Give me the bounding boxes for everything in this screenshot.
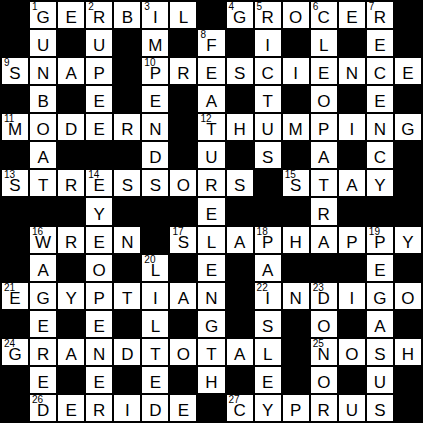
letter-cell[interactable]: 25N — [311, 339, 337, 365]
letter-cell[interactable]: L — [311, 30, 337, 56]
black-cell — [114, 142, 140, 168]
black-cell — [198, 395, 224, 421]
letter-cell[interactable]: E — [58, 395, 84, 421]
cell-letter: N — [86, 346, 112, 364]
letter-cell[interactable]: G — [198, 311, 224, 337]
cell-letter: N — [30, 65, 56, 83]
letter-cell[interactable]: N — [114, 227, 140, 253]
cell-letter: B — [30, 93, 56, 111]
black-cell — [2, 30, 28, 56]
cell-letter: R — [311, 206, 337, 224]
letter-cell[interactable]: D — [58, 114, 84, 140]
letter-cell[interactable]: R — [58, 170, 84, 196]
letter-cell[interactable]: D — [142, 142, 168, 168]
black-cell — [283, 339, 309, 365]
black-cell — [395, 255, 421, 281]
letter-cell[interactable]: 23D — [311, 283, 337, 309]
letter-cell[interactable]: G — [30, 283, 56, 309]
letter-cell[interactable]: E — [395, 58, 421, 84]
cell-letter: U — [86, 37, 112, 55]
letter-cell[interactable]: 12T — [198, 114, 224, 140]
cell-letter: R — [30, 346, 56, 364]
cell-letter: N — [142, 121, 168, 139]
cell-letter: O — [311, 93, 337, 111]
cell-letter: S — [2, 177, 28, 195]
letter-cell[interactable]: E — [86, 227, 112, 253]
letter-cell[interactable]: 4G — [227, 2, 253, 28]
cell-letter: L — [170, 9, 196, 27]
black-cell — [198, 2, 224, 28]
black-cell — [2, 198, 28, 224]
letter-cell[interactable]: S — [367, 339, 393, 365]
letter-cell[interactable]: C — [367, 142, 393, 168]
black-cell — [227, 283, 253, 309]
cell-letter: E — [311, 65, 337, 83]
cell-letter: G — [367, 290, 393, 308]
cell-letter: S — [367, 402, 393, 420]
cell-letter: L — [142, 262, 168, 280]
cell-letter: R — [367, 9, 393, 27]
letter-cell[interactable]: B — [114, 2, 140, 28]
cell-letter: A — [227, 346, 253, 364]
letter-cell[interactable]: O — [283, 2, 309, 28]
black-cell — [2, 311, 28, 337]
letter-cell[interactable]: T — [30, 170, 56, 196]
letter-cell[interactable]: Y — [367, 170, 393, 196]
black-cell — [395, 30, 421, 56]
black-cell — [227, 142, 253, 168]
cell-letter: P — [339, 234, 365, 252]
letter-cell[interactable]: P — [339, 227, 365, 253]
letter-cell[interactable]: H — [227, 114, 253, 140]
letter-cell[interactable]: E — [142, 86, 168, 112]
black-cell — [114, 255, 140, 281]
letter-cell[interactable]: T — [114, 283, 140, 309]
letter-cell[interactable]: 13S — [2, 170, 28, 196]
letter-cell[interactable]: 3I — [142, 2, 168, 28]
letter-cell[interactable]: A — [367, 311, 393, 337]
letter-cell[interactable]: N — [30, 58, 56, 84]
letter-cell[interactable]: E — [86, 311, 112, 337]
letter-cell[interactable]: O — [311, 311, 337, 337]
letter-cell[interactable]: U — [339, 395, 365, 421]
cell-letter: E — [86, 177, 112, 195]
black-cell — [283, 255, 309, 281]
cell-letter: I — [142, 290, 168, 308]
letter-cell[interactable]: Y — [58, 283, 84, 309]
letter-cell[interactable]: O — [311, 86, 337, 112]
cell-letter: E — [142, 374, 168, 392]
black-cell — [283, 367, 309, 393]
letter-cell[interactable]: A — [339, 170, 365, 196]
letter-cell[interactable]: I — [114, 395, 140, 421]
letter-cell[interactable]: 19P — [367, 227, 393, 253]
letter-cell[interactable]: E — [86, 86, 112, 112]
cell-letter: U — [198, 149, 224, 167]
cell-letter: O — [30, 121, 56, 139]
cell-letter: T — [255, 93, 281, 111]
letter-cell[interactable]: 10P — [142, 58, 168, 84]
cell-letter: A — [255, 262, 281, 280]
cell-letter: G — [30, 9, 56, 27]
letter-cell[interactable]: 16W — [30, 227, 56, 253]
letter-cell[interactable]: E — [142, 367, 168, 393]
black-cell — [170, 142, 196, 168]
letter-cell[interactable]: A — [58, 339, 84, 365]
cell-letter: S — [114, 177, 140, 195]
cell-letter: S — [2, 65, 28, 83]
letter-cell[interactable]: S — [367, 395, 393, 421]
letter-cell[interactable]: N — [86, 339, 112, 365]
cell-letter: C — [367, 149, 393, 167]
black-cell — [227, 86, 253, 112]
cell-letter: E — [367, 37, 393, 55]
letter-cell[interactable]: P — [311, 114, 337, 140]
letter-cell[interactable]: N — [142, 114, 168, 140]
cell-letter: H — [198, 374, 224, 392]
cell-letter: S — [142, 177, 168, 195]
cell-letter: E — [86, 374, 112, 392]
cell-letter: O — [339, 346, 365, 364]
cell-letter: R — [58, 177, 84, 195]
black-cell — [395, 142, 421, 168]
black-cell — [114, 30, 140, 56]
letter-cell[interactable]: 21E — [2, 283, 28, 309]
letter-cell[interactable]: I — [283, 58, 309, 84]
letter-cell[interactable]: L — [170, 2, 196, 28]
letter-cell[interactable]: R — [311, 395, 337, 421]
black-cell — [58, 30, 84, 56]
letter-cell[interactable]: O — [395, 283, 421, 309]
letter-cell[interactable]: D — [142, 395, 168, 421]
cell-letter: O — [86, 262, 112, 280]
cell-letter: R — [86, 402, 112, 420]
black-cell — [170, 86, 196, 112]
letter-cell[interactable]: N — [198, 283, 224, 309]
letter-cell[interactable]: B — [30, 86, 56, 112]
cell-letter: S — [170, 234, 196, 252]
cell-letter: A — [198, 93, 224, 111]
black-cell — [395, 395, 421, 421]
black-cell — [227, 198, 253, 224]
black-cell — [395, 2, 421, 28]
cell-letter: C — [227, 402, 253, 420]
black-cell — [170, 114, 196, 140]
cell-letter: R — [255, 9, 281, 27]
cell-letter: E — [339, 9, 365, 27]
cell-letter: S — [367, 346, 393, 364]
letter-cell[interactable]: H — [198, 367, 224, 393]
letter-cell[interactable]: T — [311, 170, 337, 196]
letter-cell[interactable]: S — [255, 142, 281, 168]
cell-letter: T — [311, 177, 337, 195]
letter-cell[interactable]: G — [367, 283, 393, 309]
letter-cell[interactable]: G — [395, 114, 421, 140]
crossword-puzzle: 1GE2RB3IL4G5RO6CE7RUUM8FILE9SNAP10PRESCI… — [0, 0, 423, 423]
letter-cell[interactable]: N — [283, 283, 309, 309]
letter-cell[interactable]: Y — [395, 227, 421, 253]
letter-cell[interactable]: A — [227, 339, 253, 365]
letter-cell[interactable]: R — [114, 114, 140, 140]
letter-cell[interactable]: T — [198, 339, 224, 365]
letter-cell[interactable]: E — [198, 58, 224, 84]
cell-letter: T — [198, 121, 224, 139]
letter-cell[interactable]: R — [58, 227, 84, 253]
cell-letter: A — [367, 318, 393, 336]
cell-letter: O — [170, 177, 196, 195]
letter-cell[interactable]: O — [86, 255, 112, 281]
cell-letter: Y — [58, 290, 84, 308]
cell-letter: E — [198, 65, 224, 83]
letter-cell[interactable]: 7R — [367, 2, 393, 28]
cell-letter: E — [86, 93, 112, 111]
letter-cell[interactable]: T — [142, 339, 168, 365]
cell-letter: F — [198, 37, 224, 55]
cell-letter: N — [114, 234, 140, 252]
letter-cell[interactable]: R — [311, 198, 337, 224]
letter-cell[interactable]: E — [367, 86, 393, 112]
letter-cell[interactable]: C — [367, 58, 393, 84]
letter-cell[interactable]: N — [367, 114, 393, 140]
letter-cell[interactable]: E — [311, 58, 337, 84]
letter-cell[interactable]: H — [395, 339, 421, 365]
letter-cell[interactable]: L — [142, 311, 168, 337]
cell-letter: S — [227, 65, 253, 83]
black-cell — [339, 142, 365, 168]
cell-letter: N — [283, 290, 309, 308]
cell-letter: E — [367, 262, 393, 280]
letter-cell[interactable]: 2R — [86, 2, 112, 28]
letter-cell[interactable]: A — [170, 283, 196, 309]
cell-letter: G — [30, 290, 56, 308]
black-cell — [283, 198, 309, 224]
letter-cell[interactable]: E — [170, 395, 196, 421]
letter-cell[interactable]: E — [367, 30, 393, 56]
letter-cell[interactable]: A — [58, 58, 84, 84]
cell-letter: E — [170, 402, 196, 420]
letter-cell[interactable]: A — [30, 255, 56, 281]
letter-cell[interactable]: S — [255, 311, 281, 337]
cell-letter: Y — [367, 177, 393, 195]
black-cell — [227, 255, 253, 281]
letter-cell[interactable]: E — [30, 311, 56, 337]
black-cell — [367, 198, 393, 224]
letter-cell[interactable]: I — [339, 283, 365, 309]
letter-cell[interactable]: I — [142, 283, 168, 309]
black-cell — [227, 311, 253, 337]
letter-cell[interactable]: S — [227, 170, 253, 196]
letter-cell[interactable]: A — [30, 142, 56, 168]
letter-cell[interactable]: 26D — [30, 395, 56, 421]
letter-cell[interactable]: 22I — [255, 283, 281, 309]
cell-letter: C — [311, 9, 337, 27]
letter-cell[interactable]: 1G — [30, 2, 56, 28]
letter-cell[interactable]: A — [311, 142, 337, 168]
cell-letter: R — [58, 234, 84, 252]
black-cell — [142, 198, 168, 224]
letter-cell[interactable]: E — [58, 2, 84, 28]
cell-letter: N — [339, 65, 365, 83]
letter-cell[interactable]: Y — [86, 198, 112, 224]
letter-cell[interactable]: O — [30, 114, 56, 140]
letter-cell[interactable]: H — [283, 227, 309, 253]
cell-letter: A — [58, 346, 84, 364]
letter-cell[interactable]: E — [255, 367, 281, 393]
letter-cell[interactable]: O — [170, 170, 196, 196]
letter-cell[interactable]: T — [255, 86, 281, 112]
letter-cell[interactable]: P — [86, 283, 112, 309]
cell-letter: S — [227, 177, 253, 195]
letter-cell[interactable]: 8F — [198, 30, 224, 56]
letter-cell[interactable]: P — [86, 58, 112, 84]
cell-letter: P — [367, 234, 393, 252]
black-cell — [395, 311, 421, 337]
letter-cell[interactable]: U — [255, 114, 281, 140]
cell-letter: U — [255, 121, 281, 139]
black-cell — [395, 86, 421, 112]
letter-cell[interactable]: U — [367, 367, 393, 393]
letter-cell[interactable]: R — [86, 395, 112, 421]
cell-letter: A — [311, 234, 337, 252]
cell-letter: I — [142, 9, 168, 27]
cell-letter: R — [170, 65, 196, 83]
letter-cell[interactable]: 15S — [283, 170, 309, 196]
cell-letter: M — [283, 121, 309, 139]
cell-letter: U — [339, 402, 365, 420]
letter-cell[interactable]: M — [142, 30, 168, 56]
letter-cell[interactable]: 6C — [311, 2, 337, 28]
letter-cell[interactable]: A — [198, 86, 224, 112]
black-cell — [170, 255, 196, 281]
black-cell — [114, 198, 140, 224]
cell-letter: D — [142, 149, 168, 167]
letter-cell[interactable]: 20L — [142, 255, 168, 281]
black-cell — [339, 198, 365, 224]
cell-letter: H — [227, 121, 253, 139]
letter-cell[interactable]: R — [198, 170, 224, 196]
cell-letter: T — [198, 346, 224, 364]
cell-letter: E — [142, 93, 168, 111]
cell-letter: E — [395, 65, 421, 83]
cell-letter: E — [86, 121, 112, 139]
letter-cell[interactable]: Y — [255, 395, 281, 421]
letter-cell[interactable]: S — [142, 170, 168, 196]
cell-letter: E — [198, 206, 224, 224]
letter-cell[interactable]: 9S — [2, 58, 28, 84]
black-cell — [2, 367, 28, 393]
letter-cell[interactable]: E — [86, 367, 112, 393]
cell-letter: Y — [395, 234, 421, 252]
black-cell — [170, 367, 196, 393]
cell-letter: D — [30, 402, 56, 420]
letter-cell[interactable]: O — [311, 367, 337, 393]
letter-cell[interactable]: E — [339, 2, 365, 28]
cell-letter: N — [367, 121, 393, 139]
letter-cell[interactable]: 17S — [170, 227, 196, 253]
letter-cell[interactable]: D — [114, 339, 140, 365]
cell-letter: A — [339, 177, 365, 195]
black-cell — [58, 86, 84, 112]
letter-cell[interactable]: 11M — [2, 114, 28, 140]
cell-letter: S — [255, 149, 281, 167]
letter-cell[interactable]: U — [198, 142, 224, 168]
black-cell — [339, 255, 365, 281]
letter-cell[interactable]: O — [170, 339, 196, 365]
cell-letter: I — [339, 121, 365, 139]
letter-cell[interactable]: 27C — [227, 395, 253, 421]
letter-cell[interactable]: N — [339, 58, 365, 84]
letter-cell[interactable]: E — [198, 198, 224, 224]
letter-cell[interactable]: P — [283, 395, 309, 421]
letter-cell[interactable]: R — [170, 58, 196, 84]
cell-letter: E — [86, 318, 112, 336]
cell-letter: R — [114, 121, 140, 139]
cell-letter: U — [30, 37, 56, 55]
cell-letter: E — [198, 262, 224, 280]
letter-cell[interactable]: I — [339, 114, 365, 140]
cell-letter: A — [30, 149, 56, 167]
cell-letter: O — [311, 374, 337, 392]
cell-letter: D — [311, 290, 337, 308]
letter-cell[interactable]: 5R — [255, 2, 281, 28]
letter-cell[interactable]: 18P — [255, 227, 281, 253]
black-cell — [30, 198, 56, 224]
letter-cell[interactable]: E — [30, 367, 56, 393]
cell-letter: I — [283, 65, 309, 83]
letter-cell[interactable]: O — [339, 339, 365, 365]
cell-letter: E — [367, 93, 393, 111]
letter-cell[interactable]: I — [255, 30, 281, 56]
cell-letter: E — [58, 402, 84, 420]
black-cell — [283, 30, 309, 56]
black-cell — [255, 198, 281, 224]
cell-letter: N — [311, 346, 337, 364]
letter-cell[interactable]: E — [198, 255, 224, 281]
black-cell — [114, 86, 140, 112]
letter-cell[interactable]: L — [255, 339, 281, 365]
letter-cell[interactable]: U — [30, 30, 56, 56]
letter-cell[interactable]: R — [30, 339, 56, 365]
letter-cell[interactable]: U — [86, 30, 112, 56]
letter-cell[interactable]: S — [227, 58, 253, 84]
black-cell — [2, 142, 28, 168]
letter-cell[interactable]: E — [367, 255, 393, 281]
letter-cell[interactable]: C — [255, 58, 281, 84]
cell-letter: D — [58, 121, 84, 139]
black-cell — [114, 367, 140, 393]
cell-letter: L — [311, 37, 337, 55]
letter-cell[interactable]: L — [198, 227, 224, 253]
letter-cell[interactable]: S — [114, 170, 140, 196]
black-cell — [170, 311, 196, 337]
black-cell — [58, 142, 84, 168]
cell-letter: R — [86, 9, 112, 27]
letter-cell[interactable]: 24G — [2, 339, 28, 365]
cell-letter: D — [114, 346, 140, 364]
letter-cell[interactable]: E — [86, 114, 112, 140]
cell-letter: A — [311, 149, 337, 167]
letter-cell[interactable]: M — [283, 114, 309, 140]
cell-letter: A — [30, 262, 56, 280]
letter-cell[interactable]: 14E — [86, 170, 112, 196]
letter-cell[interactable]: A — [227, 227, 253, 253]
cell-letter: R — [198, 177, 224, 195]
cell-letter: H — [283, 234, 309, 252]
letter-cell[interactable]: A — [311, 227, 337, 253]
letter-cell[interactable]: A — [255, 255, 281, 281]
cell-letter: P — [311, 121, 337, 139]
cell-letter: S — [283, 177, 309, 195]
